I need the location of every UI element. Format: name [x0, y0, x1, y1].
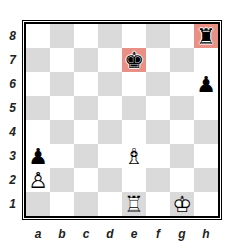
file-label-c: c [74, 227, 98, 241]
board-square-f8[interactable] [146, 24, 170, 48]
board-square-f4[interactable] [146, 120, 170, 144]
board-square-d7[interactable] [98, 48, 122, 72]
rank-label-1: 1 [0, 192, 16, 216]
piece-black-king[interactable]: ♚ [122, 48, 146, 72]
rank-label-7: 7 [0, 48, 16, 72]
chess-diagram: 87654321 ♜♚♟♟♝♗♟♙♜♖♚♔ abcdefgh [0, 0, 248, 248]
board-square-h3[interactable] [194, 144, 218, 168]
board-square-b8[interactable] [50, 24, 74, 48]
board-square-c2[interactable] [74, 168, 98, 192]
board-square-g6[interactable] [170, 72, 194, 96]
board-square-h7[interactable] [194, 48, 218, 72]
board-square-b7[interactable] [50, 48, 74, 72]
file-label-e: e [122, 227, 146, 241]
piece-white-rook[interactable]: ♖ [122, 192, 146, 216]
file-label-h: h [194, 227, 218, 241]
board-square-a8[interactable] [26, 24, 50, 48]
board-square-b2[interactable] [50, 168, 74, 192]
board-square-c7[interactable] [74, 48, 98, 72]
chess-board: ♜♚♟♟♝♗♟♙♜♖♚♔ [22, 20, 222, 220]
board-square-e2[interactable] [122, 168, 146, 192]
board-square-f5[interactable] [146, 96, 170, 120]
board-square-e6[interactable] [122, 72, 146, 96]
file-label-d: d [98, 227, 122, 241]
piece-black-pawn[interactable]: ♟ [194, 72, 218, 96]
file-label-b: b [50, 227, 74, 241]
board-square-a2[interactable]: ♟♙ [26, 168, 50, 192]
rank-label-6: 6 [0, 72, 16, 96]
board-square-a6[interactable] [26, 72, 50, 96]
board-square-g1[interactable]: ♚♔ [170, 192, 194, 216]
board-square-c8[interactable] [74, 24, 98, 48]
board-square-e5[interactable] [122, 96, 146, 120]
board-square-c4[interactable] [74, 120, 98, 144]
rank-label-2: 2 [0, 168, 16, 192]
board-square-a3[interactable]: ♟ [26, 144, 50, 168]
board-square-d6[interactable] [98, 72, 122, 96]
board-square-h2[interactable] [194, 168, 218, 192]
board-square-g4[interactable] [170, 120, 194, 144]
board-square-a4[interactable] [26, 120, 50, 144]
board-square-c1[interactable] [74, 192, 98, 216]
rank-label-4: 4 [0, 120, 16, 144]
board-square-b6[interactable] [50, 72, 74, 96]
board-square-d3[interactable] [98, 144, 122, 168]
board-square-a1[interactable] [26, 192, 50, 216]
board-square-a7[interactable] [26, 48, 50, 72]
board-square-e3[interactable]: ♝♗ [122, 144, 146, 168]
board-square-d2[interactable] [98, 168, 122, 192]
board-square-b5[interactable] [50, 96, 74, 120]
board-square-f7[interactable] [146, 48, 170, 72]
board-square-b1[interactable] [50, 192, 74, 216]
board-square-h6[interactable]: ♟ [194, 72, 218, 96]
board-square-a5[interactable] [26, 96, 50, 120]
rank-label-3: 3 [0, 144, 16, 168]
board-square-b3[interactable] [50, 144, 74, 168]
board-square-h1[interactable] [194, 192, 218, 216]
board-square-e4[interactable] [122, 120, 146, 144]
board-square-c3[interactable] [74, 144, 98, 168]
board-square-f2[interactable] [146, 168, 170, 192]
rank-label-5: 5 [0, 96, 16, 120]
board-square-h4[interactable] [194, 120, 218, 144]
board-square-d4[interactable] [98, 120, 122, 144]
piece-white-pawn[interactable]: ♙ [26, 168, 50, 192]
board-square-g8[interactable] [170, 24, 194, 48]
file-label-f: f [146, 227, 170, 241]
piece-black-pawn[interactable]: ♟ [26, 144, 50, 168]
board-square-d1[interactable] [98, 192, 122, 216]
board-square-b4[interactable] [50, 120, 74, 144]
board-square-e8[interactable] [122, 24, 146, 48]
file-label-g: g [170, 227, 194, 241]
board-square-c6[interactable] [74, 72, 98, 96]
rank-label-8: 8 [0, 24, 16, 48]
piece-white-king[interactable]: ♔ [170, 192, 194, 216]
board-square-g5[interactable] [170, 96, 194, 120]
board-square-f1[interactable] [146, 192, 170, 216]
board-square-h5[interactable] [194, 96, 218, 120]
board-square-e7[interactable]: ♚ [122, 48, 146, 72]
board-square-d5[interactable] [98, 96, 122, 120]
board-square-d8[interactable] [98, 24, 122, 48]
board-square-f3[interactable] [146, 144, 170, 168]
board-grid: ♜♚♟♟♝♗♟♙♜♖♚♔ [24, 22, 220, 218]
board-square-c5[interactable] [74, 96, 98, 120]
piece-black-rook[interactable]: ♜ [194, 24, 218, 48]
board-square-g7[interactable] [170, 48, 194, 72]
piece-white-bishop[interactable]: ♗ [122, 144, 146, 168]
board-square-g2[interactable] [170, 168, 194, 192]
board-square-g3[interactable] [170, 144, 194, 168]
board-square-f6[interactable] [146, 72, 170, 96]
board-square-h8[interactable]: ♜ [194, 24, 218, 48]
file-label-a: a [26, 227, 50, 241]
board-square-e1[interactable]: ♜♖ [122, 192, 146, 216]
